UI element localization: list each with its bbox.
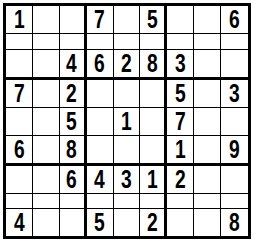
cell-r2c1[interactable] xyxy=(6,34,33,50)
given-digit: 3 xyxy=(229,80,240,107)
given-digit: 8 xyxy=(66,136,77,163)
cell-r9c9[interactable]: 8 xyxy=(221,209,248,236)
cell-r8c7[interactable] xyxy=(167,194,194,210)
cell-r5c8[interactable] xyxy=(194,108,221,136)
given-digit: 3 xyxy=(121,166,132,193)
cell-r9c1[interactable]: 4 xyxy=(6,209,33,236)
given-digit: 4 xyxy=(14,209,25,236)
given-digit: 5 xyxy=(147,6,158,33)
cell-r1c3[interactable] xyxy=(60,6,87,34)
cell-r9c3[interactable] xyxy=(60,209,87,236)
given-digit: 8 xyxy=(147,50,158,77)
given-digit: 6 xyxy=(229,6,240,33)
cell-r6c6[interactable] xyxy=(140,136,167,166)
cell-r4c6[interactable] xyxy=(140,80,167,108)
cell-r5c9[interactable] xyxy=(221,108,248,136)
cell-r6c3[interactable]: 8 xyxy=(60,136,87,166)
cell-r2c2[interactable] xyxy=(33,34,60,50)
given-digit: 7 xyxy=(175,108,186,135)
cell-r3c1[interactable] xyxy=(6,50,33,80)
given-digit: 4 xyxy=(94,166,105,193)
cell-r2c9[interactable] xyxy=(221,34,248,50)
cell-r4c4[interactable] xyxy=(87,80,114,108)
cell-r9c4[interactable]: 5 xyxy=(87,209,114,236)
cell-r1c1[interactable]: 1 xyxy=(6,6,33,34)
cell-r9c8[interactable] xyxy=(194,209,221,236)
given-digit: 4 xyxy=(66,50,77,77)
cell-r8c3[interactable] xyxy=(60,194,87,210)
cell-r7c2[interactable] xyxy=(33,166,60,194)
cell-r4c1[interactable]: 7 xyxy=(6,80,33,108)
cell-r3c3[interactable]: 4 xyxy=(60,50,87,80)
cell-r9c2[interactable] xyxy=(33,209,60,236)
cell-r3c5[interactable]: 2 xyxy=(114,50,141,80)
cell-r6c9[interactable]: 9 xyxy=(221,136,248,166)
cell-r3c4[interactable]: 6 xyxy=(87,50,114,80)
cell-r7c6[interactable]: 1 xyxy=(140,166,167,194)
given-digit: 5 xyxy=(175,80,186,107)
cell-r1c9[interactable]: 6 xyxy=(221,6,248,34)
given-digit: 6 xyxy=(14,136,25,163)
cell-r5c6[interactable] xyxy=(140,108,167,136)
cell-r7c5[interactable]: 3 xyxy=(114,166,141,194)
cell-r1c5[interactable] xyxy=(114,6,141,34)
cell-r4c5[interactable] xyxy=(114,80,141,108)
cell-r7c7[interactable]: 2 xyxy=(167,166,194,194)
cell-r7c3[interactable]: 6 xyxy=(60,166,87,194)
given-digit: 7 xyxy=(94,6,105,33)
cell-r6c8[interactable] xyxy=(194,136,221,166)
cell-r6c7[interactable]: 1 xyxy=(167,136,194,166)
given-digit: 9 xyxy=(229,136,240,163)
cell-r3c7[interactable]: 3 xyxy=(167,50,194,80)
cell-r6c4[interactable] xyxy=(87,136,114,166)
cell-r1c7[interactable] xyxy=(167,6,194,34)
cell-r1c4[interactable]: 7 xyxy=(87,6,114,34)
cell-r3c9[interactable] xyxy=(221,50,248,80)
cell-r5c3[interactable]: 5 xyxy=(60,108,87,136)
cell-r4c9[interactable]: 3 xyxy=(221,80,248,108)
cell-r2c8[interactable] xyxy=(194,34,221,50)
cell-r5c1[interactable] xyxy=(6,108,33,136)
cell-r8c8[interactable] xyxy=(194,194,221,210)
cell-r7c8[interactable] xyxy=(194,166,221,194)
cell-r5c2[interactable] xyxy=(33,108,60,136)
given-digit: 8 xyxy=(229,209,240,236)
cell-r4c2[interactable] xyxy=(33,80,60,108)
cell-r6c5[interactable] xyxy=(114,136,141,166)
given-digit: 1 xyxy=(147,166,158,193)
cell-r4c7[interactable]: 5 xyxy=(167,80,194,108)
cell-r8c2[interactable] xyxy=(33,194,60,210)
cell-r1c8[interactable] xyxy=(194,6,221,34)
given-digit: 7 xyxy=(14,80,25,107)
given-digit: 5 xyxy=(66,108,77,135)
cell-r7c1[interactable] xyxy=(6,166,33,194)
given-digit: 2 xyxy=(121,50,132,77)
cell-r5c7[interactable]: 7 xyxy=(167,108,194,136)
cell-r3c6[interactable]: 8 xyxy=(140,50,167,80)
cell-r5c4[interactable] xyxy=(87,108,114,136)
cell-r9c5[interactable] xyxy=(114,209,141,236)
cell-r6c2[interactable] xyxy=(33,136,60,166)
cell-r8c5[interactable] xyxy=(114,194,141,210)
cell-r1c6[interactable]: 5 xyxy=(140,6,167,34)
given-digit: 1 xyxy=(14,6,25,33)
sudoku-board: 17564628372535176819643124528 xyxy=(3,3,251,239)
given-digit: 6 xyxy=(94,50,105,77)
given-digit: 2 xyxy=(175,166,186,193)
given-digit: 5 xyxy=(94,209,105,236)
cell-r9c6[interactable]: 2 xyxy=(140,209,167,236)
given-digit: 1 xyxy=(121,108,132,135)
given-digit: 1 xyxy=(175,136,186,163)
given-digit: 6 xyxy=(66,166,77,193)
given-digit: 2 xyxy=(147,209,158,236)
cell-r5c5[interactable]: 1 xyxy=(114,108,141,136)
cell-r3c2[interactable] xyxy=(33,50,60,80)
cell-r7c9[interactable] xyxy=(221,166,248,194)
cell-r7c4[interactable]: 4 xyxy=(87,166,114,194)
cell-r1c2[interactable] xyxy=(33,6,60,34)
cell-r4c8[interactable] xyxy=(194,80,221,108)
cell-r9c7[interactable] xyxy=(167,209,194,236)
cell-r4c3[interactable]: 2 xyxy=(60,80,87,108)
cell-r6c1[interactable]: 6 xyxy=(6,136,33,166)
cell-r3c8[interactable] xyxy=(194,50,221,80)
given-digit: 2 xyxy=(66,80,77,107)
given-digit: 3 xyxy=(175,50,186,77)
